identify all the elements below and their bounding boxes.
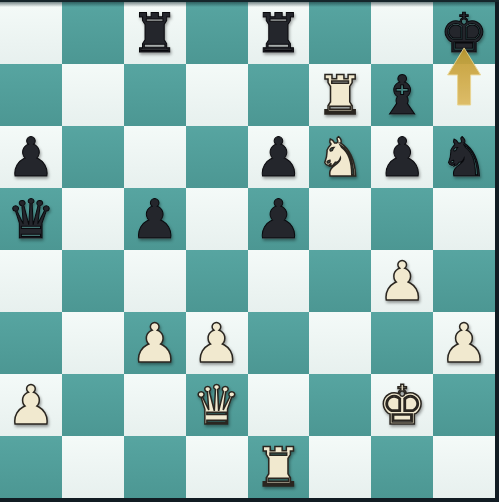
square-f6[interactable]: ♞ (309, 126, 371, 188)
chess-board: ♜♜♚♜♝♟♟♞♟♞♛♟♟♟♟♟♟♟♛♚♜ (0, 2, 495, 498)
black-king[interactable]: ♚ (440, 7, 488, 61)
white-pawn[interactable]: ♟ (7, 379, 55, 433)
square-a2[interactable]: ♟ (0, 374, 62, 436)
square-d1[interactable] (186, 436, 248, 498)
white-rook[interactable]: ♜ (254, 441, 302, 495)
square-d5[interactable] (186, 188, 248, 250)
square-f4[interactable] (309, 250, 371, 312)
white-pawn[interactable]: ♟ (130, 317, 178, 371)
square-d3[interactable]: ♟ (186, 312, 248, 374)
square-h2[interactable] (433, 374, 495, 436)
square-c1[interactable] (124, 436, 186, 498)
square-e4[interactable] (248, 250, 310, 312)
square-e5[interactable]: ♟ (248, 188, 310, 250)
square-h3[interactable]: ♟ (433, 312, 495, 374)
square-d2[interactable]: ♛ (186, 374, 248, 436)
square-g3[interactable] (371, 312, 433, 374)
black-rook[interactable]: ♜ (130, 7, 178, 61)
square-c3[interactable]: ♟ (124, 312, 186, 374)
square-g7[interactable]: ♝ (371, 64, 433, 126)
square-h1[interactable] (433, 436, 495, 498)
square-c2[interactable] (124, 374, 186, 436)
square-g1[interactable] (371, 436, 433, 498)
square-h5[interactable] (433, 188, 495, 250)
square-b7[interactable] (62, 64, 124, 126)
square-b6[interactable] (62, 126, 124, 188)
square-c4[interactable] (124, 250, 186, 312)
square-c7[interactable] (124, 64, 186, 126)
square-f3[interactable] (309, 312, 371, 374)
square-g2[interactable]: ♚ (371, 374, 433, 436)
square-e6[interactable]: ♟ (248, 126, 310, 188)
square-g8[interactable] (371, 2, 433, 64)
square-h7[interactable] (433, 64, 495, 126)
square-b2[interactable] (62, 374, 124, 436)
square-f2[interactable] (309, 374, 371, 436)
black-pawn[interactable]: ♟ (130, 193, 178, 247)
black-pawn[interactable]: ♟ (254, 193, 302, 247)
board-top-edge (0, 0, 499, 2)
black-rook[interactable]: ♜ (254, 7, 302, 61)
white-rook[interactable]: ♜ (316, 69, 364, 123)
square-a4[interactable] (0, 250, 62, 312)
square-g6[interactable]: ♟ (371, 126, 433, 188)
black-pawn[interactable]: ♟ (7, 131, 55, 185)
square-d8[interactable] (186, 2, 248, 64)
white-pawn[interactable]: ♟ (440, 317, 488, 371)
square-a3[interactable] (0, 312, 62, 374)
square-b8[interactable] (62, 2, 124, 64)
square-f8[interactable] (309, 2, 371, 64)
black-pawn[interactable]: ♟ (254, 131, 302, 185)
black-pawn[interactable]: ♟ (378, 131, 426, 185)
square-b3[interactable] (62, 312, 124, 374)
black-bishop[interactable]: ♝ (378, 69, 426, 123)
square-f5[interactable] (309, 188, 371, 250)
white-pawn[interactable]: ♟ (192, 317, 240, 371)
square-f1[interactable] (309, 436, 371, 498)
square-e3[interactable] (248, 312, 310, 374)
square-d6[interactable] (186, 126, 248, 188)
square-c8[interactable]: ♜ (124, 2, 186, 64)
square-g5[interactable] (371, 188, 433, 250)
square-d7[interactable] (186, 64, 248, 126)
board-stage: ♜♜♚♜♝♟♟♞♟♞♛♟♟♟♟♟♟♟♛♚♜ (0, 0, 499, 502)
square-b5[interactable] (62, 188, 124, 250)
square-a7[interactable] (0, 64, 62, 126)
black-knight[interactable]: ♞ (440, 131, 488, 185)
square-g4[interactable]: ♟ (371, 250, 433, 312)
white-knight[interactable]: ♞ (316, 131, 364, 185)
white-pawn[interactable]: ♟ (378, 255, 426, 309)
black-queen[interactable]: ♛ (7, 193, 55, 247)
square-a8[interactable] (0, 2, 62, 64)
square-c6[interactable] (124, 126, 186, 188)
square-e8[interactable]: ♜ (248, 2, 310, 64)
square-e1[interactable]: ♜ (248, 436, 310, 498)
square-f7[interactable]: ♜ (309, 64, 371, 126)
square-h4[interactable] (433, 250, 495, 312)
square-h6[interactable]: ♞ (433, 126, 495, 188)
square-b1[interactable] (62, 436, 124, 498)
square-b4[interactable] (62, 250, 124, 312)
white-queen[interactable]: ♛ (192, 379, 240, 433)
square-a6[interactable]: ♟ (0, 126, 62, 188)
square-a1[interactable] (0, 436, 62, 498)
square-h8[interactable]: ♚ (433, 2, 495, 64)
square-e7[interactable] (248, 64, 310, 126)
white-king[interactable]: ♚ (378, 379, 426, 433)
square-e2[interactable] (248, 374, 310, 436)
square-a5[interactable]: ♛ (0, 188, 62, 250)
square-d4[interactable] (186, 250, 248, 312)
square-c5[interactable]: ♟ (124, 188, 186, 250)
